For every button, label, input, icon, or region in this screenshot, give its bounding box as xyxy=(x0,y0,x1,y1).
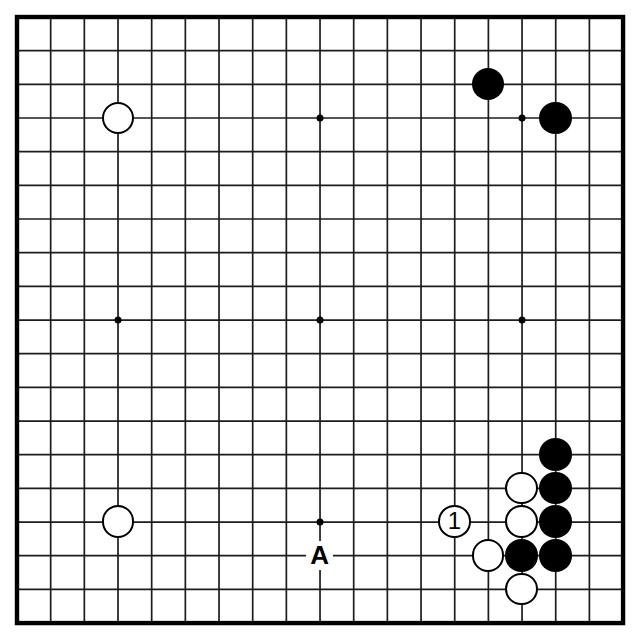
move-number-label: 1 xyxy=(448,509,461,533)
stone-white-Q2 xyxy=(505,573,538,606)
board-intersections-grid: 1A xyxy=(0,0,639,639)
stone-white-Q5 xyxy=(505,472,538,505)
stone-black-R3 xyxy=(539,539,572,572)
stone-white-move-1: 1 xyxy=(438,505,471,538)
go-board: 1A xyxy=(0,0,640,640)
point-label-A: A xyxy=(306,541,333,570)
stone-black-R4 xyxy=(539,505,572,538)
stone-black-R6 xyxy=(539,438,572,471)
stone-white-P3 xyxy=(472,539,505,572)
stone-white-D16 xyxy=(102,102,135,135)
stone-black-R5 xyxy=(539,472,572,505)
go-diagram-page: 1A xyxy=(0,0,640,640)
stone-white-D4 xyxy=(102,505,135,538)
stone-black-Q3 xyxy=(505,539,538,572)
stone-black-P17 xyxy=(472,68,505,101)
stone-black-R16 xyxy=(539,102,572,135)
stone-white-Q4 xyxy=(505,505,538,538)
